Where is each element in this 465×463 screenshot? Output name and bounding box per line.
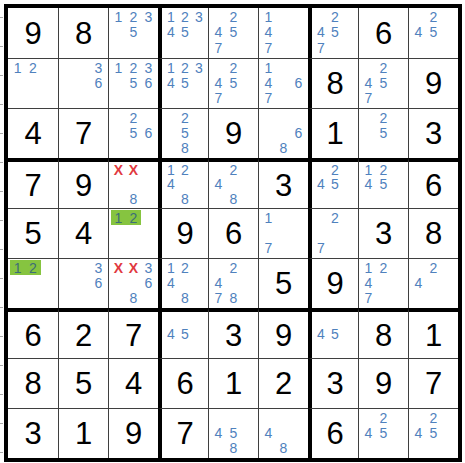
pencil-marks: 12356 bbox=[109, 59, 158, 108]
candidate-empty bbox=[192, 40, 206, 56]
candidate-5: 5 bbox=[328, 177, 342, 191]
candidate-2: 2 bbox=[426, 410, 441, 425]
cell-value: 4 bbox=[59, 209, 108, 258]
candidate-3: 3 bbox=[192, 60, 206, 75]
cell-r4c2[interactable]: 9 bbox=[58, 158, 108, 208]
candidate-2: 2 bbox=[178, 60, 192, 75]
cell-r3c5[interactable]: 9 bbox=[208, 108, 258, 158]
cell-r2c5[interactable]: 2457 bbox=[208, 58, 258, 108]
cell-r9c7[interactable]: 6 bbox=[308, 408, 358, 458]
pencil-marks: XX368 bbox=[109, 259, 158, 308]
candidate-empty bbox=[164, 110, 178, 125]
candidate-empty bbox=[241, 192, 256, 206]
pencil-marks: 245 bbox=[409, 409, 458, 458]
candidate-7: 7 bbox=[314, 241, 328, 256]
cell-r2c4[interactable]: 12345 bbox=[158, 58, 208, 108]
candidate-2: 2 bbox=[328, 210, 342, 225]
cell-r3c4[interactable]: 258 bbox=[158, 108, 208, 158]
cell-r3c9[interactable]: 3 bbox=[408, 108, 458, 158]
cell-r8c2[interactable]: 5 bbox=[58, 358, 108, 408]
candidate-empty bbox=[241, 275, 256, 290]
cell-r1c9[interactable]: 245 bbox=[408, 8, 458, 58]
cell-r1c8[interactable]: 6 bbox=[358, 8, 408, 58]
candidate-empty bbox=[276, 25, 291, 41]
candidate-7: 7 bbox=[261, 40, 276, 56]
candidate-2: 2 bbox=[226, 60, 241, 75]
candidate-empty bbox=[261, 410, 276, 425]
candidate-1: 1 bbox=[361, 163, 376, 177]
pencil-marks: 1245 bbox=[359, 162, 408, 208]
cell-value: 3 bbox=[8, 409, 58, 458]
pencil-marks: 2457 bbox=[359, 59, 408, 108]
pencil-marks: 258 bbox=[162, 109, 208, 158]
candidate-empty bbox=[141, 192, 156, 206]
candidate-empty bbox=[291, 441, 306, 456]
cell-r1c2[interactable]: 8 bbox=[58, 8, 108, 58]
cell-r5c9[interactable]: 8 bbox=[408, 208, 458, 258]
candidate-empty bbox=[291, 425, 306, 440]
cell-r8c4[interactable]: 6 bbox=[158, 358, 208, 408]
candidate-5: 5 bbox=[426, 25, 441, 41]
cell-r7c4[interactable]: 45 bbox=[158, 308, 208, 358]
candidate-empty bbox=[314, 313, 328, 327]
candidate-empty bbox=[10, 275, 25, 290]
cell-r3c2[interactable]: 7 bbox=[58, 108, 108, 158]
candidate-empty bbox=[111, 125, 126, 140]
cell-value: 4 bbox=[8, 109, 58, 158]
candidate-empty bbox=[361, 110, 376, 125]
cell-value: 7 bbox=[109, 312, 158, 358]
cell-r2c3[interactable]: 12356 bbox=[108, 58, 158, 108]
candidate-empty bbox=[276, 225, 291, 240]
candidate-4: 4 bbox=[164, 177, 178, 191]
pencil-marks: 1248 bbox=[162, 162, 208, 208]
cell-value: 9 bbox=[359, 359, 408, 408]
candidate-empty bbox=[342, 25, 356, 41]
candidate-empty bbox=[192, 141, 206, 156]
cell-value: 6 bbox=[312, 409, 358, 458]
candidate-empty bbox=[291, 40, 306, 56]
cell-r9c8[interactable]: 245 bbox=[358, 408, 408, 458]
candidate-8: 8 bbox=[226, 291, 241, 306]
candidate-4: 4 bbox=[411, 425, 426, 440]
candidate-empty bbox=[361, 125, 376, 140]
cell-r5c8[interactable]: 3 bbox=[358, 208, 408, 258]
candidate-8: 8 bbox=[178, 192, 192, 206]
candidate-empty bbox=[141, 177, 156, 191]
candidate-6: 6 bbox=[141, 125, 156, 140]
candidate-4: 4 bbox=[411, 25, 426, 41]
candidate-empty bbox=[261, 141, 276, 156]
candidate-2: 2 bbox=[126, 9, 141, 25]
pencil-marks: 2457 bbox=[312, 8, 358, 58]
cell-r6c3[interactable]: XX368 bbox=[108, 258, 158, 308]
candidate-empty bbox=[314, 9, 328, 25]
candidate-2: 2 bbox=[25, 60, 40, 75]
margin-tick bbox=[0, 423, 3, 424]
cell-r2c9[interactable]: 9 bbox=[408, 58, 458, 108]
candidate-empty bbox=[291, 225, 306, 240]
candidate-7: 7 bbox=[211, 40, 226, 56]
cell-value: 3 bbox=[312, 359, 358, 408]
cell-value: 6 bbox=[8, 312, 58, 358]
cell-r2c2[interactable]: 36 bbox=[58, 58, 108, 108]
cell-r5c4[interactable]: 9 bbox=[158, 208, 208, 258]
candidate-empty bbox=[76, 260, 91, 275]
candidate-empty bbox=[391, 141, 406, 156]
candidate-empty bbox=[291, 25, 306, 41]
candidate-2: 2 bbox=[376, 163, 391, 177]
candidate-empty bbox=[276, 210, 291, 225]
candidate-empty bbox=[192, 275, 206, 290]
cell-r1c3[interactable]: 1235 bbox=[108, 8, 158, 58]
candidate-4: 4 bbox=[261, 25, 276, 41]
cell-r3c3[interactable]: 256 bbox=[108, 108, 158, 158]
candidate-empty bbox=[192, 291, 206, 306]
candidate-7: 7 bbox=[361, 91, 376, 106]
candidate-empty bbox=[391, 260, 406, 275]
cell-r5c2[interactable]: 4 bbox=[58, 208, 108, 258]
highlighted-candidate-2: 2 bbox=[126, 210, 141, 225]
candidate-empty bbox=[241, 425, 256, 440]
candidate-empty bbox=[111, 141, 126, 156]
cell-r4c1[interactable]: 7 bbox=[8, 158, 58, 208]
cell-r7c9[interactable]: 1 bbox=[408, 308, 458, 358]
cell-r9c6[interactable]: 48 bbox=[258, 408, 308, 458]
candidate-empty bbox=[241, 60, 256, 75]
cell-r6c5[interactable]: 2478 bbox=[208, 258, 258, 308]
cell-r9c2[interactable]: 1 bbox=[58, 408, 108, 458]
candidate-empty bbox=[211, 163, 226, 177]
candidate-empty bbox=[441, 9, 456, 25]
candidate-2: 2 bbox=[376, 260, 391, 275]
candidate-empty bbox=[164, 313, 178, 327]
candidate-empty bbox=[126, 225, 141, 240]
candidate-empty bbox=[376, 291, 391, 306]
candidate-empty bbox=[211, 441, 226, 456]
candidate-4: 4 bbox=[261, 425, 276, 440]
candidate-5: 5 bbox=[126, 125, 141, 140]
cell-r8c6[interactable]: 2 bbox=[258, 358, 308, 408]
candidate-5: 5 bbox=[226, 425, 241, 440]
cell-r5c5[interactable]: 6 bbox=[208, 208, 258, 258]
cell-r3c6[interactable]: 68 bbox=[258, 108, 308, 158]
candidate-empty bbox=[211, 260, 226, 275]
cell-r4c4[interactable]: 1248 bbox=[158, 158, 208, 208]
cell-r7c1[interactable]: 6 bbox=[8, 308, 58, 358]
eliminated-candidate-x: X bbox=[111, 163, 126, 177]
candidate-empty bbox=[41, 275, 56, 290]
candidate-3: 3 bbox=[141, 260, 156, 275]
candidate-empty bbox=[111, 241, 126, 256]
cell-r1c6[interactable]: 147 bbox=[258, 8, 308, 58]
candidate-empty bbox=[391, 75, 406, 90]
cell-r6c8[interactable]: 1247 bbox=[358, 258, 408, 308]
candidate-4: 4 bbox=[261, 75, 276, 90]
candidate-1: 1 bbox=[111, 9, 126, 25]
candidate-2: 2 bbox=[178, 110, 192, 125]
candidate-empty bbox=[241, 25, 256, 41]
candidate-empty bbox=[111, 291, 126, 306]
pencil-marks: 45 bbox=[162, 312, 208, 358]
candidate-empty bbox=[411, 410, 426, 425]
candidate-8: 8 bbox=[226, 441, 241, 456]
cell-r4c7[interactable]: 245 bbox=[308, 158, 358, 208]
candidate-4: 4 bbox=[164, 275, 178, 290]
cell-r5c7[interactable]: 27 bbox=[308, 208, 358, 258]
candidate-5: 5 bbox=[126, 75, 141, 90]
candidate-empty bbox=[241, 91, 256, 106]
candidate-empty bbox=[328, 313, 342, 327]
cell-value: 1 bbox=[312, 109, 358, 158]
candidate-empty bbox=[391, 291, 406, 306]
cell-r7c3[interactable]: 7 bbox=[108, 308, 158, 358]
cell-r6c9[interactable]: 24 bbox=[408, 258, 458, 308]
candidate-empty bbox=[361, 192, 376, 206]
cell-value: 7 bbox=[8, 162, 58, 208]
margin-tick bbox=[0, 307, 3, 308]
candidate-1: 1 bbox=[261, 9, 276, 25]
cell-r4c8[interactable]: 1245 bbox=[358, 158, 408, 208]
candidate-empty bbox=[126, 141, 141, 156]
cell-r9c4[interactable]: 7 bbox=[158, 408, 208, 458]
pencil-marks: 25 bbox=[359, 109, 408, 158]
candidate-empty bbox=[226, 275, 241, 290]
cell-r7c8[interactable]: 8 bbox=[358, 308, 408, 358]
pencil-marks: 1467 bbox=[259, 59, 308, 108]
candidate-empty bbox=[342, 40, 356, 56]
pencil-marks: 2457 bbox=[209, 59, 258, 108]
candidate-empty bbox=[426, 40, 441, 56]
highlighted-candidate-2: 2 bbox=[25, 260, 40, 275]
candidate-empty bbox=[211, 410, 226, 425]
candidate-2: 2 bbox=[426, 260, 441, 275]
candidate-2: 2 bbox=[126, 110, 141, 125]
candidate-empty bbox=[328, 225, 342, 240]
candidate-7: 7 bbox=[314, 40, 328, 56]
cell-value: 9 bbox=[409, 59, 458, 108]
candidate-empty bbox=[61, 275, 76, 290]
highlighted-candidate-1: 1 bbox=[10, 260, 25, 275]
cell-r1c7[interactable]: 2457 bbox=[308, 8, 358, 58]
candidate-empty bbox=[192, 177, 206, 191]
candidate-4: 4 bbox=[314, 177, 328, 191]
candidate-empty bbox=[411, 40, 426, 56]
candidate-empty bbox=[291, 241, 306, 256]
candidate-empty bbox=[342, 192, 356, 206]
cell-r4c6[interactable]: 3 bbox=[258, 158, 308, 208]
candidate-7: 7 bbox=[211, 91, 226, 106]
pencil-marks: 1247 bbox=[359, 259, 408, 308]
cell-r7c7[interactable]: 45 bbox=[308, 308, 358, 358]
candidate-4: 4 bbox=[211, 275, 226, 290]
candidate-5: 5 bbox=[376, 75, 391, 90]
candidate-empty bbox=[141, 210, 156, 225]
margin-tick bbox=[0, 249, 3, 250]
cell-r6c7[interactable]: 9 bbox=[308, 258, 358, 308]
cell-r9c9[interactable]: 245 bbox=[408, 408, 458, 458]
cell-r4c9[interactable]: 6 bbox=[408, 158, 458, 208]
candidate-empty bbox=[426, 275, 441, 290]
candidate-5: 5 bbox=[328, 327, 342, 341]
cell-value: 3 bbox=[359, 209, 408, 258]
cell-r9c5[interactable]: 458 bbox=[208, 408, 258, 458]
candidate-empty bbox=[276, 425, 291, 440]
candidate-empty bbox=[25, 75, 40, 90]
candidate-empty bbox=[441, 260, 456, 275]
eliminated-candidate-x: X bbox=[111, 260, 126, 275]
candidate-empty bbox=[25, 91, 40, 106]
eliminated-candidate-x: X bbox=[126, 163, 141, 177]
candidate-empty bbox=[391, 192, 406, 206]
cell-r5c1[interactable]: 5 bbox=[8, 208, 58, 258]
candidate-empty bbox=[192, 125, 206, 140]
pencil-marks: 2478 bbox=[209, 259, 258, 308]
cell-r3c8[interactable]: 25 bbox=[358, 108, 408, 158]
cell-r6c2[interactable]: 36 bbox=[58, 258, 108, 308]
candidate-empty bbox=[111, 192, 126, 206]
cell-r7c2[interactable]: 2 bbox=[58, 308, 108, 358]
candidate-empty bbox=[342, 241, 356, 256]
candidate-1: 1 bbox=[10, 60, 25, 75]
candidate-7: 7 bbox=[261, 241, 276, 256]
cell-value: 3 bbox=[259, 162, 308, 208]
cell-r6c6[interactable]: 5 bbox=[258, 258, 308, 308]
cell-r4c5[interactable]: 248 bbox=[208, 158, 258, 208]
candidate-empty bbox=[226, 91, 241, 106]
candidate-5: 5 bbox=[178, 125, 192, 140]
cell-r1c5[interactable]: 2457 bbox=[208, 8, 258, 58]
candidate-empty bbox=[361, 441, 376, 456]
cell-r8c7[interactable]: 3 bbox=[308, 358, 358, 408]
candidate-empty bbox=[391, 410, 406, 425]
candidate-4: 4 bbox=[211, 425, 226, 440]
candidate-empty bbox=[241, 441, 256, 456]
candidate-empty bbox=[76, 60, 91, 75]
pencil-marks: 458 bbox=[209, 409, 258, 458]
candidate-empty bbox=[164, 291, 178, 306]
candidate-5: 5 bbox=[178, 75, 192, 90]
cell-r8c9[interactable]: 7 bbox=[408, 358, 458, 408]
candidate-empty bbox=[241, 260, 256, 275]
candidate-empty bbox=[361, 141, 376, 156]
cell-r2c7[interactable]: 8 bbox=[308, 58, 358, 108]
candidate-empty bbox=[241, 163, 256, 177]
candidate-empty bbox=[291, 410, 306, 425]
cell-r5c3[interactable]: 12 bbox=[108, 208, 158, 258]
candidate-1: 1 bbox=[164, 9, 178, 25]
candidate-empty bbox=[192, 75, 206, 90]
cell-r5c6[interactable]: 17 bbox=[258, 208, 308, 258]
candidate-empty bbox=[261, 441, 276, 456]
candidate-empty bbox=[276, 125, 291, 140]
candidate-empty bbox=[10, 291, 25, 306]
cell-r6c1[interactable]: 12 bbox=[8, 258, 58, 308]
candidate-empty bbox=[241, 177, 256, 191]
candidate-1: 1 bbox=[261, 210, 276, 225]
candidate-7: 7 bbox=[361, 291, 376, 306]
candidate-8: 8 bbox=[178, 291, 192, 306]
candidate-empty bbox=[41, 260, 56, 275]
candidate-empty bbox=[441, 275, 456, 290]
candidate-empty bbox=[391, 60, 406, 75]
pencil-marks: 248 bbox=[209, 162, 258, 208]
cell-r1c1[interactable]: 9 bbox=[8, 8, 58, 58]
candidate-empty bbox=[126, 241, 141, 256]
pencil-marks: 1248 bbox=[162, 259, 208, 308]
pencil-marks: 68 bbox=[259, 109, 308, 158]
cell-r2c6[interactable]: 1467 bbox=[258, 58, 308, 108]
candidate-empty bbox=[441, 291, 456, 306]
margin-tick bbox=[0, 75, 3, 76]
candidate-empty bbox=[41, 75, 56, 90]
cell-r2c8[interactable]: 2457 bbox=[358, 58, 408, 108]
candidate-1: 1 bbox=[164, 163, 178, 177]
cell-r8c5[interactable]: 1 bbox=[208, 358, 258, 408]
candidate-empty bbox=[342, 163, 356, 177]
cell-r9c1[interactable]: 3 bbox=[8, 408, 58, 458]
margin-tick bbox=[0, 191, 3, 192]
cell-r1c4[interactable]: 12345 bbox=[158, 8, 208, 58]
cell-value: 9 bbox=[209, 109, 258, 158]
candidate-empty bbox=[126, 275, 141, 290]
pencil-marks: 256 bbox=[109, 109, 158, 158]
candidate-empty bbox=[178, 275, 192, 290]
candidate-2: 2 bbox=[126, 60, 141, 75]
cell-r4c3[interactable]: XX8 bbox=[108, 158, 158, 208]
candidate-empty bbox=[328, 192, 342, 206]
cell-value: 6 bbox=[209, 209, 258, 258]
margin-tick bbox=[0, 394, 3, 395]
cell-r7c6[interactable]: 9 bbox=[258, 308, 308, 358]
cell-r6c4[interactable]: 1248 bbox=[158, 258, 208, 308]
cell-r8c1[interactable]: 8 bbox=[8, 358, 58, 408]
candidate-empty bbox=[211, 60, 226, 75]
candidate-empty bbox=[276, 241, 291, 256]
candidate-empty bbox=[226, 410, 241, 425]
cell-value: 8 bbox=[8, 359, 58, 408]
cell-value: 8 bbox=[59, 8, 108, 58]
candidate-empty bbox=[342, 313, 356, 327]
candidate-empty bbox=[141, 91, 156, 106]
pencil-marks: 12 bbox=[8, 259, 58, 308]
candidate-empty bbox=[76, 291, 91, 306]
cell-r2c1[interactable]: 12 bbox=[8, 58, 58, 108]
cell-r8c8[interactable]: 9 bbox=[358, 358, 408, 408]
cell-r8c3[interactable]: 4 bbox=[108, 358, 158, 408]
candidate-empty bbox=[178, 91, 192, 106]
cell-r9c3[interactable]: 9 bbox=[108, 408, 158, 458]
pencil-marks: 1235 bbox=[109, 8, 158, 58]
cell-value: 9 bbox=[312, 259, 358, 308]
pencil-marks: XX8 bbox=[109, 162, 158, 208]
margin-tick bbox=[0, 46, 3, 47]
candidate-empty bbox=[376, 275, 391, 290]
candidate-6: 6 bbox=[141, 75, 156, 90]
cell-r3c7[interactable]: 1 bbox=[308, 108, 358, 158]
cell-r3c1[interactable]: 4 bbox=[8, 108, 58, 158]
pencil-marks: 36 bbox=[59, 259, 108, 308]
pencil-marks: 24 bbox=[409, 259, 458, 308]
candidate-empty bbox=[342, 225, 356, 240]
candidate-empty bbox=[441, 25, 456, 41]
candidate-2: 2 bbox=[328, 9, 342, 25]
candidate-empty bbox=[391, 275, 406, 290]
candidate-empty bbox=[291, 110, 306, 125]
candidate-7: 7 bbox=[261, 91, 276, 106]
candidate-empty bbox=[141, 141, 156, 156]
cell-r7c5[interactable]: 3 bbox=[208, 308, 258, 358]
